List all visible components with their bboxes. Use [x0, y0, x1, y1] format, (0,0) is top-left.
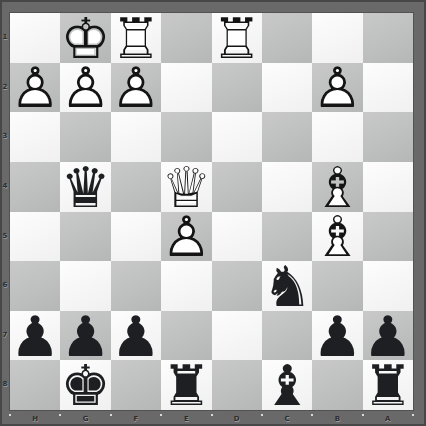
file-label-b: B: [312, 413, 362, 426]
white-pawn-icon: ♟: [111, 64, 161, 114]
border-tick: [110, 414, 112, 416]
border-tick: [261, 414, 263, 416]
piece-black-rook[interactable]: ♜: [363, 360, 413, 410]
piece-white-rook[interactable]: ♜♖: [111, 13, 161, 63]
square-g1[interactable]: ♚♔: [60, 13, 110, 63]
square-b7[interactable]: ♟: [312, 311, 362, 361]
black-pawn-icon: ♟: [60, 312, 110, 362]
white-pawn-icon: ♟: [312, 64, 362, 114]
white-pawn-outline-icon: ♙: [111, 64, 161, 114]
square-b1[interactable]: [312, 13, 362, 63]
piece-white-pawn[interactable]: ♟♙: [161, 212, 211, 262]
square-f8[interactable]: [111, 360, 161, 410]
square-e4[interactable]: ♛♕: [161, 162, 211, 212]
square-d1[interactable]: ♜♖: [212, 13, 262, 63]
square-h4[interactable]: [10, 162, 60, 212]
board-frame: ♚♔♜♖♜♖♟♙♟♙♟♙♟♙♛♛♕♝♗♟♙♝♗♞♟♟♟♟♟♚♜♝♜ 123456…: [0, 0, 426, 426]
border-tick: [362, 414, 364, 416]
file-label-d: D: [212, 413, 262, 426]
file-label-f: F: [111, 413, 161, 426]
square-f1[interactable]: ♜♖: [111, 13, 161, 63]
black-pawn-icon: ♟: [312, 312, 362, 362]
square-e8[interactable]: ♜: [161, 360, 211, 410]
piece-black-pawn[interactable]: ♟: [363, 311, 413, 361]
square-f2[interactable]: ♟♙: [111, 63, 161, 113]
square-e5[interactable]: ♟♙: [161, 212, 211, 262]
rank-label-5: 5: [0, 212, 10, 262]
square-g5[interactable]: [60, 212, 110, 262]
white-bishop-icon: ♝: [312, 163, 362, 213]
white-rook-icon: ♜: [212, 14, 262, 64]
square-b3[interactable]: [312, 112, 362, 162]
border-tick: [59, 414, 61, 416]
white-pawn-outline-icon: ♙: [10, 64, 60, 114]
rank-label-3: 3: [0, 112, 10, 162]
square-b4[interactable]: ♝♗: [312, 162, 362, 212]
piece-black-pawn[interactable]: ♟: [312, 311, 362, 361]
piece-white-bishop[interactable]: ♝♗: [312, 212, 362, 262]
piece-black-king[interactable]: ♚: [60, 360, 110, 410]
white-queen-icon: ♛: [161, 163, 211, 213]
square-e6[interactable]: [161, 261, 211, 311]
square-d5[interactable]: [212, 212, 262, 262]
square-g4[interactable]: ♛: [60, 162, 110, 212]
square-b8[interactable]: [312, 360, 362, 410]
square-f4[interactable]: [111, 162, 161, 212]
square-a8[interactable]: ♜: [363, 360, 413, 410]
piece-black-rook[interactable]: ♜: [161, 360, 211, 410]
piece-white-pawn[interactable]: ♟♙: [60, 63, 110, 113]
piece-black-pawn[interactable]: ♟: [111, 311, 161, 361]
piece-black-queen[interactable]: ♛: [60, 162, 110, 212]
border-tick: [211, 414, 213, 416]
square-h7[interactable]: ♟: [10, 311, 60, 361]
border-tick: [9, 414, 11, 416]
square-a6[interactable]: [363, 261, 413, 311]
square-e2[interactable]: [161, 63, 211, 113]
square-b5[interactable]: ♝♗: [312, 212, 362, 262]
square-h8[interactable]: [10, 360, 60, 410]
square-g6[interactable]: [60, 261, 110, 311]
piece-black-pawn[interactable]: ♟: [10, 311, 60, 361]
square-d8[interactable]: [212, 360, 262, 410]
white-pawn-icon: ♟: [60, 64, 110, 114]
square-h5[interactable]: [10, 212, 60, 262]
file-label-a: A: [363, 413, 413, 426]
black-bishop-icon: ♝: [262, 361, 312, 411]
piece-white-pawn[interactable]: ♟♙: [111, 63, 161, 113]
white-pawn-outline-icon: ♙: [161, 213, 211, 263]
rank-label-7: 7: [0, 311, 10, 361]
white-king-icon: ♚: [60, 14, 110, 64]
square-d6[interactable]: [212, 261, 262, 311]
square-d3[interactable]: [212, 112, 262, 162]
square-e7[interactable]: [161, 311, 211, 361]
piece-black-bishop[interactable]: ♝: [262, 360, 312, 410]
black-knight-icon: ♞: [262, 262, 312, 312]
square-c8[interactable]: ♝: [262, 360, 312, 410]
white-king-outline-icon: ♔: [60, 14, 110, 64]
border-tick: [412, 414, 414, 416]
black-pawn-icon: ♟: [363, 312, 413, 362]
white-rook-icon: ♜: [111, 14, 161, 64]
square-a2[interactable]: [363, 63, 413, 113]
square-b6[interactable]: [312, 261, 362, 311]
square-g3[interactable]: [60, 112, 110, 162]
square-f5[interactable]: [111, 212, 161, 262]
rank-label-6: 6: [0, 261, 10, 311]
square-h6[interactable]: [10, 261, 60, 311]
white-rook-outline-icon: ♖: [111, 14, 161, 64]
white-pawn-outline-icon: ♙: [60, 64, 110, 114]
white-pawn-icon: ♟: [10, 64, 60, 114]
white-rook-outline-icon: ♖: [212, 14, 262, 64]
piece-white-rook[interactable]: ♜♖: [212, 13, 262, 63]
square-c1[interactable]: [262, 13, 312, 63]
square-c7[interactable]: [262, 311, 312, 361]
piece-black-knight[interactable]: ♞: [262, 261, 312, 311]
square-b2[interactable]: ♟♙: [312, 63, 362, 113]
white-pawn-icon: ♟: [161, 213, 211, 263]
square-h2[interactable]: ♟♙: [10, 63, 60, 113]
file-label-e: E: [161, 413, 211, 426]
square-a4[interactable]: [363, 162, 413, 212]
square-e3[interactable]: [161, 112, 211, 162]
square-a3[interactable]: [363, 112, 413, 162]
black-rook-icon: ♜: [161, 361, 211, 411]
square-g2[interactable]: ♟♙: [60, 63, 110, 113]
file-label-c: C: [262, 413, 312, 426]
black-rook-icon: ♜: [363, 361, 413, 411]
square-d2[interactable]: [212, 63, 262, 113]
border-tick: [311, 414, 313, 416]
black-pawn-icon: ♟: [111, 312, 161, 362]
white-bishop-icon: ♝: [312, 213, 362, 263]
file-label-g: G: [60, 413, 110, 426]
rank-label-4: 4: [0, 162, 10, 212]
square-c3[interactable]: [262, 112, 312, 162]
file-label-h: H: [10, 413, 60, 426]
piece-black-pawn[interactable]: ♟: [60, 311, 110, 361]
black-pawn-icon: ♟: [10, 312, 60, 362]
square-f7[interactable]: ♟: [111, 311, 161, 361]
square-d7[interactable]: [212, 311, 262, 361]
square-f6[interactable]: [111, 261, 161, 311]
black-king-icon: ♚: [60, 361, 110, 411]
square-h1[interactable]: [10, 13, 60, 63]
square-e1[interactable]: [161, 13, 211, 63]
square-c5[interactable]: [262, 212, 312, 262]
square-f3[interactable]: [111, 112, 161, 162]
piece-white-bishop[interactable]: ♝♗: [312, 162, 362, 212]
border-tick: [160, 414, 162, 416]
piece-white-pawn[interactable]: ♟♙: [312, 63, 362, 113]
square-c4[interactable]: [262, 162, 312, 212]
square-g7[interactable]: ♟: [60, 311, 110, 361]
white-bishop-outline-icon: ♗: [312, 213, 362, 263]
piece-white-king[interactable]: ♚♔: [60, 13, 110, 63]
square-d4[interactable]: [212, 162, 262, 212]
black-queen-icon: ♛: [60, 163, 110, 213]
square-g8[interactable]: ♚: [60, 360, 110, 410]
piece-white-pawn[interactable]: ♟♙: [10, 63, 60, 113]
square-a1[interactable]: [363, 13, 413, 63]
white-bishop-outline-icon: ♗: [312, 163, 362, 213]
square-a7[interactable]: ♟: [363, 311, 413, 361]
rank-label-1: 1: [0, 13, 10, 63]
square-c6[interactable]: ♞: [262, 261, 312, 311]
rank-label-8: 8: [0, 360, 10, 410]
white-queen-outline-icon: ♕: [161, 163, 211, 213]
square-h3[interactable]: [10, 112, 60, 162]
rank-label-2: 2: [0, 63, 10, 113]
chess-board: ♚♔♜♖♜♖♟♙♟♙♟♙♟♙♛♛♕♝♗♟♙♝♗♞♟♟♟♟♟♚♜♝♜: [10, 13, 413, 410]
square-c2[interactable]: [262, 63, 312, 113]
piece-white-queen[interactable]: ♛♕: [161, 162, 211, 212]
white-pawn-outline-icon: ♙: [312, 64, 362, 114]
square-a5[interactable]: [363, 212, 413, 262]
